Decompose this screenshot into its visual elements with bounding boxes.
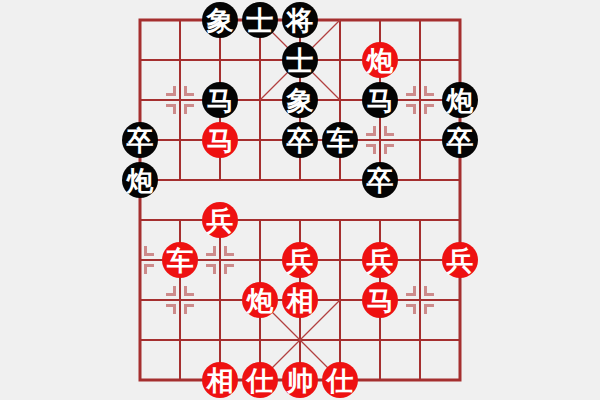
- piece-black[interactable]: 马: [202, 82, 238, 118]
- piece-red[interactable]: 炮: [362, 42, 398, 78]
- piece-red[interactable]: 兵: [442, 242, 478, 278]
- marker-corner: [384, 144, 394, 154]
- piece-black[interactable]: 象: [282, 82, 318, 118]
- piece-black[interactable]: 卒: [122, 122, 158, 158]
- piece-black[interactable]: 车: [322, 122, 358, 158]
- board-point: 马: [200, 120, 240, 160]
- board-point: 兵: [440, 240, 480, 280]
- board-point: 仕: [240, 360, 280, 400]
- piece-red[interactable]: 车: [162, 242, 198, 278]
- marker-corner: [184, 304, 194, 314]
- board-point: 兵: [280, 240, 320, 280]
- marker-corner: [406, 286, 416, 296]
- marker-corner: [184, 286, 194, 296]
- piece-red[interactable]: 兵: [362, 242, 398, 278]
- piece-black[interactable]: 象: [202, 2, 238, 38]
- piece-black[interactable]: 炮: [122, 162, 158, 198]
- marker-corner: [206, 246, 216, 256]
- piece-red[interactable]: 相: [282, 282, 318, 318]
- point-marker: [200, 240, 240, 280]
- board-point: 卒: [280, 120, 320, 160]
- xiangqi-board-diagram: 象士将士炮马象马炮卒马卒车卒炮卒兵车兵兵兵炮相马相仕帅仕: [0, 0, 600, 400]
- point-marker: [160, 280, 200, 320]
- board-point: 帅: [280, 360, 320, 400]
- board-point: 象: [280, 80, 320, 120]
- board-point: 卒: [360, 160, 400, 200]
- board-point: 车: [320, 120, 360, 160]
- marker-corner: [166, 304, 176, 314]
- board-point: 象: [200, 0, 240, 40]
- marker-corner: [366, 126, 376, 136]
- piece-black[interactable]: 卒: [442, 122, 478, 158]
- marker-corner: [206, 264, 216, 274]
- board-point: 相: [200, 360, 240, 400]
- point-marker: [160, 80, 200, 120]
- board-point: 将: [280, 0, 320, 40]
- board-point: 士: [280, 40, 320, 80]
- marker-corner: [424, 304, 434, 314]
- marker-corner: [406, 304, 416, 314]
- marker-corner: [166, 86, 176, 96]
- board-grid: 象士将士炮马象马炮卒马卒车卒炮卒兵车兵兵兵炮相马相仕帅仕: [120, 0, 480, 400]
- marker-corner: [184, 86, 194, 96]
- board-point: 卒: [120, 120, 160, 160]
- board-point: 炮: [120, 160, 160, 200]
- piece-red[interactable]: 相: [202, 362, 238, 398]
- board-point: 马: [200, 80, 240, 120]
- piece-black[interactable]: 卒: [362, 162, 398, 198]
- board-point: 炮: [240, 280, 280, 320]
- point-marker: [360, 120, 400, 160]
- piece-red[interactable]: 仕: [322, 362, 358, 398]
- piece-red[interactable]: 兵: [282, 242, 318, 278]
- marker-corner: [406, 86, 416, 96]
- marker-corner: [224, 246, 234, 256]
- marker-corner: [424, 286, 434, 296]
- marker-corner: [224, 264, 234, 274]
- piece-black[interactable]: 士: [242, 2, 278, 38]
- marker-corner: [144, 264, 154, 274]
- piece-black[interactable]: 马: [362, 82, 398, 118]
- point-marker: [400, 280, 440, 320]
- point-marker: [400, 80, 440, 120]
- marker-corner: [166, 104, 176, 114]
- piece-red[interactable]: 帅: [282, 362, 318, 398]
- board-point: 马: [360, 280, 400, 320]
- marker-corner: [144, 246, 154, 256]
- piece-black[interactable]: 将: [282, 2, 318, 38]
- piece-red[interactable]: 仕: [242, 362, 278, 398]
- marker-corner: [184, 104, 194, 114]
- board-point: 士: [240, 0, 280, 40]
- piece-black[interactable]: 炮: [442, 82, 478, 118]
- marker-corner: [424, 86, 434, 96]
- board-point: 仕: [320, 360, 360, 400]
- piece-black[interactable]: 卒: [282, 122, 318, 158]
- marker-corner: [166, 286, 176, 296]
- marker-corner: [384, 126, 394, 136]
- marker-corner: [366, 144, 376, 154]
- point-marker: [120, 240, 160, 280]
- board-point: 车: [160, 240, 200, 280]
- piece-black[interactable]: 士: [282, 42, 318, 78]
- board-point: 卒: [440, 120, 480, 160]
- piece-red[interactable]: 马: [362, 282, 398, 318]
- marker-corner: [406, 104, 416, 114]
- piece-red[interactable]: 炮: [242, 282, 278, 318]
- piece-red[interactable]: 兵: [202, 202, 238, 238]
- board-point: 兵: [200, 200, 240, 240]
- board-point: 炮: [360, 40, 400, 80]
- piece-red[interactable]: 马: [202, 122, 238, 158]
- board-point: 兵: [360, 240, 400, 280]
- board-point: 相: [280, 280, 320, 320]
- board-point: 炮: [440, 80, 480, 120]
- marker-corner: [424, 104, 434, 114]
- board-point: 马: [360, 80, 400, 120]
